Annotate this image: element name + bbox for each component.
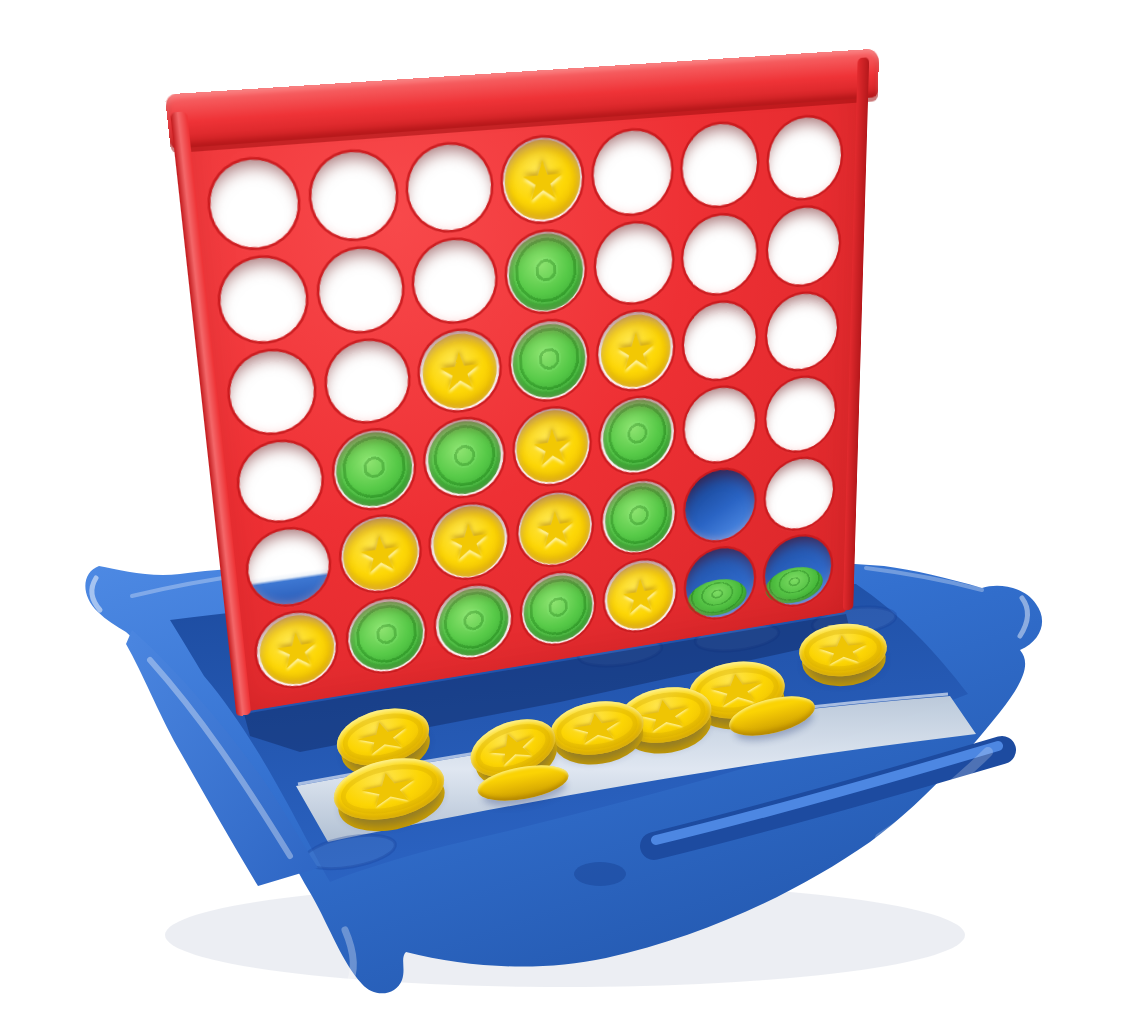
star-emboss: ★	[782, 624, 904, 677]
disc-face: ★	[797, 620, 889, 679]
tray-yellow-disc[interactable]: ★	[797, 620, 889, 679]
tray-discs: ★★★★★★★	[0, 0, 1133, 1024]
